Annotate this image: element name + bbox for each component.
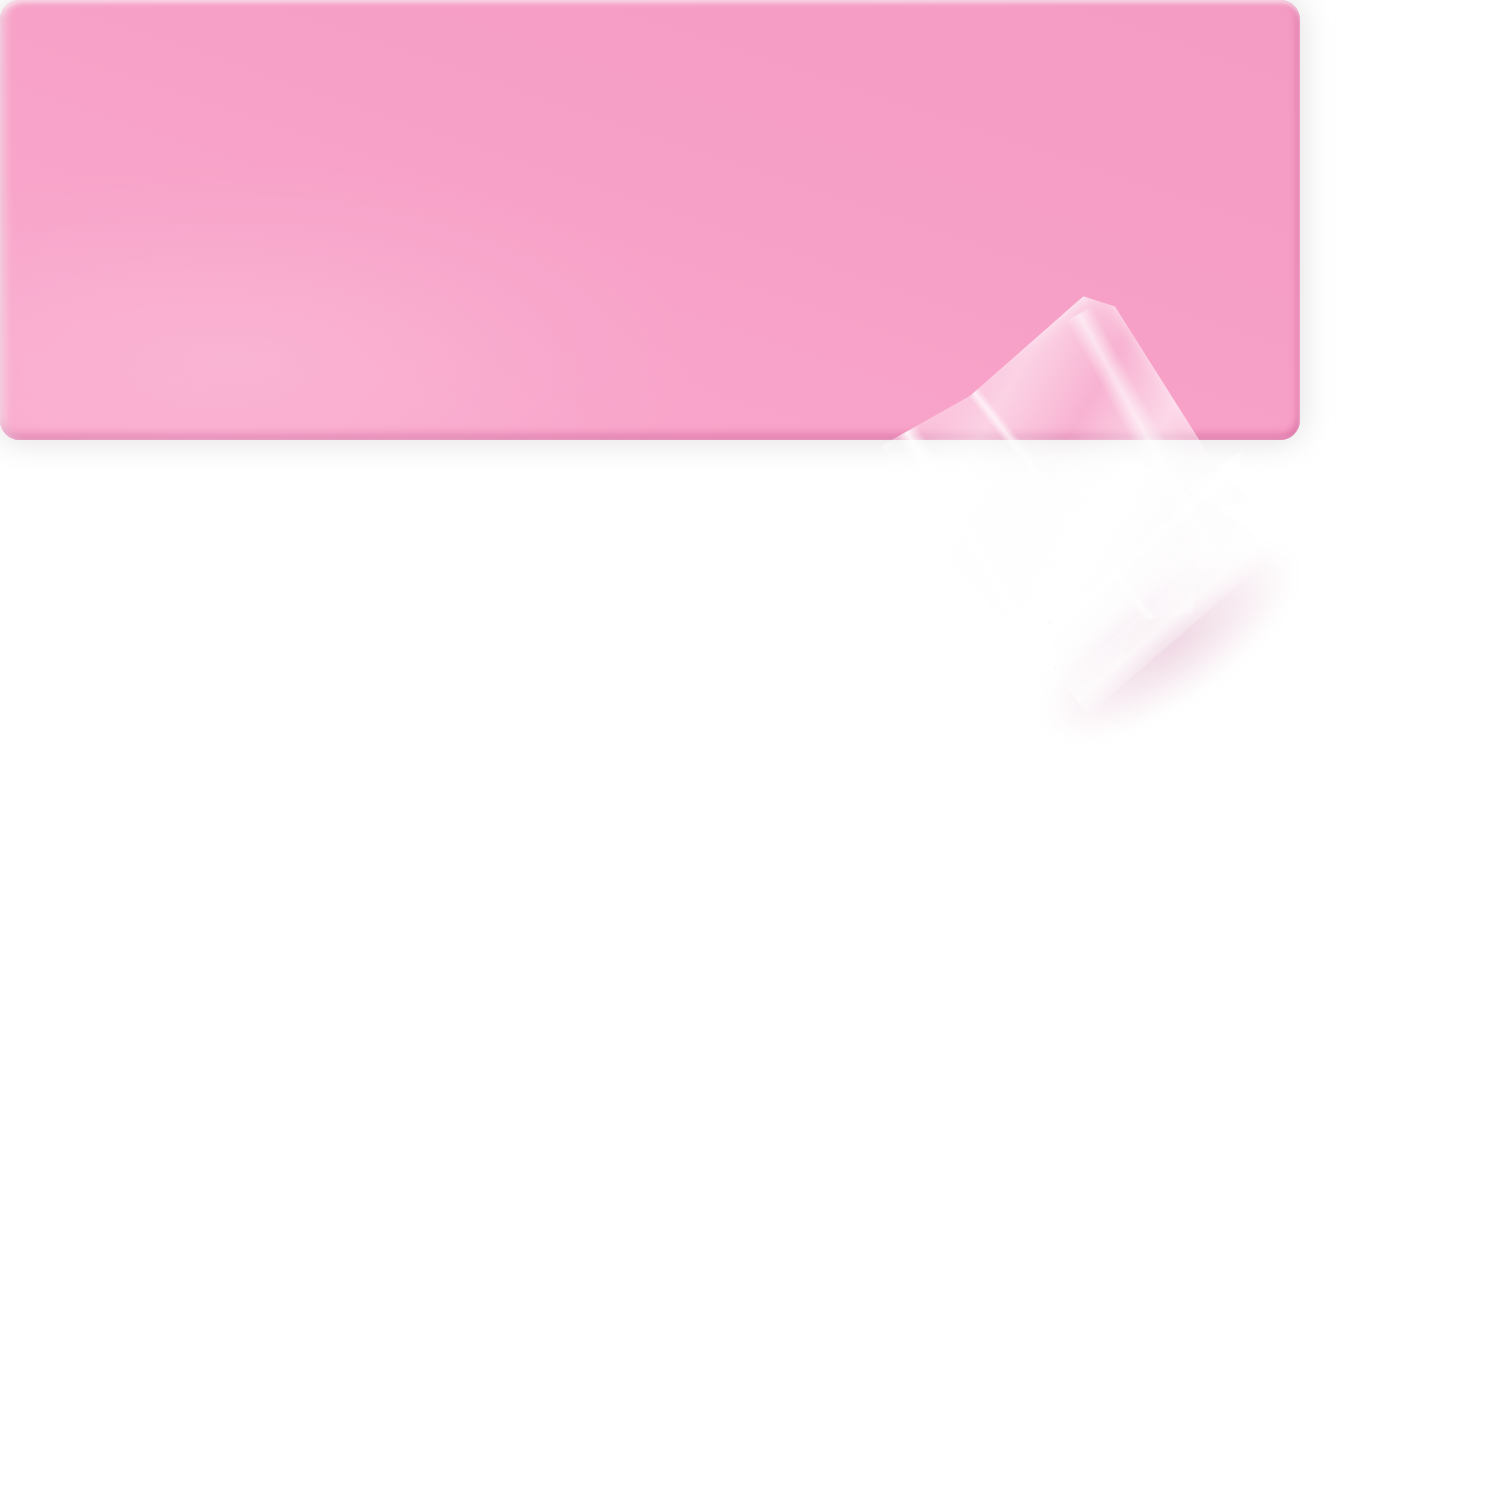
product-photo-scene [0,0,1500,1500]
